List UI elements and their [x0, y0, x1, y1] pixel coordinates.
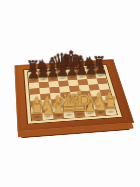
- black-pawn-icon: ♟: [27, 66, 40, 81]
- white-rook-icon: ♜: [29, 100, 45, 118]
- chess-board: ♜♞♝♛♚♝♞♜♟♟♟♟♟♟♟♟♟♟♟♟♟♟♟♟♜♞♝♛♚♝♞♜: [14, 59, 134, 132]
- chess-set-photo: ♜♞♝♛♚♝♞♜♟♟♟♟♟♟♟♟♟♟♟♟♟♟♟♟♜♞♝♛♚♝♞♜: [0, 0, 140, 187]
